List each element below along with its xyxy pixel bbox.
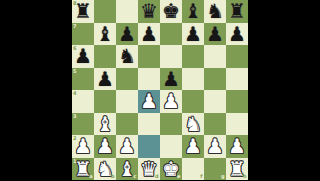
piece-white-pawn-d4[interactable]: ♟ bbox=[140, 90, 158, 113]
square-b2[interactable]: ♟ bbox=[94, 135, 116, 158]
piece-black-pawn-b5[interactable]: ♟ bbox=[96, 68, 114, 91]
square-c4[interactable] bbox=[116, 90, 138, 113]
piece-black-pawn-e5[interactable]: ♟ bbox=[162, 68, 180, 91]
square-b7[interactable]: ♝ bbox=[94, 23, 116, 46]
square-a6[interactable]: 6♟ bbox=[72, 45, 94, 68]
square-e3[interactable] bbox=[160, 113, 182, 136]
square-d5[interactable] bbox=[138, 68, 160, 91]
rank-label-3: 3 bbox=[73, 114, 76, 119]
square-f2[interactable]: ♟ bbox=[182, 135, 204, 158]
square-d4[interactable]: ♟ bbox=[138, 90, 160, 113]
square-f7[interactable]: ♟ bbox=[182, 23, 204, 46]
file-label-f: f bbox=[200, 174, 202, 179]
square-c2[interactable]: ♟ bbox=[116, 135, 138, 158]
square-g6[interactable] bbox=[204, 45, 226, 68]
square-d8[interactable]: ♛ bbox=[138, 0, 160, 23]
square-g8[interactable]: ♞ bbox=[204, 0, 226, 23]
piece-white-pawn-e4[interactable]: ♟ bbox=[162, 90, 180, 113]
piece-black-king-e8[interactable]: ♚ bbox=[162, 0, 180, 23]
piece-white-king-e1[interactable]: ♚ bbox=[162, 158, 180, 181]
square-h7[interactable]: ♟ bbox=[226, 23, 248, 46]
square-h8[interactable]: ♜ bbox=[226, 0, 248, 23]
square-g1[interactable]: g bbox=[204, 158, 226, 181]
square-d1[interactable]: d♛ bbox=[138, 158, 160, 181]
square-f4[interactable] bbox=[182, 90, 204, 113]
square-d3[interactable] bbox=[138, 113, 160, 136]
square-c1[interactable]: c♝ bbox=[116, 158, 138, 181]
square-f5[interactable] bbox=[182, 68, 204, 91]
square-e5[interactable]: ♟ bbox=[160, 68, 182, 91]
square-b5[interactable]: ♟ bbox=[94, 68, 116, 91]
file-label-c: c bbox=[134, 174, 137, 179]
square-f1[interactable]: f bbox=[182, 158, 204, 181]
square-e1[interactable]: e♚ bbox=[160, 158, 182, 181]
square-d6[interactable] bbox=[138, 45, 160, 68]
rank-label-1: 1 bbox=[73, 159, 76, 164]
square-a5[interactable]: 5 bbox=[72, 68, 94, 91]
square-b4[interactable] bbox=[94, 90, 116, 113]
square-b3[interactable]: ♝ bbox=[94, 113, 116, 136]
rank-label-7: 7 bbox=[73, 24, 76, 29]
piece-black-pawn-a6[interactable]: ♟ bbox=[74, 45, 92, 68]
piece-black-knight-c6[interactable]: ♞ bbox=[118, 45, 136, 68]
piece-white-pawn-g2[interactable]: ♟ bbox=[206, 135, 224, 158]
square-a7[interactable]: 7 bbox=[72, 23, 94, 46]
square-g7[interactable]: ♟ bbox=[204, 23, 226, 46]
file-label-h: h bbox=[243, 174, 247, 179]
piece-black-knight-g8[interactable]: ♞ bbox=[206, 0, 224, 23]
rank-label-5: 5 bbox=[73, 69, 76, 74]
piece-black-pawn-g7[interactable]: ♟ bbox=[206, 23, 224, 46]
square-g5[interactable] bbox=[204, 68, 226, 91]
square-g4[interactable] bbox=[204, 90, 226, 113]
rank-label-4: 4 bbox=[73, 91, 76, 96]
piece-white-rook-h1[interactable]: ♜ bbox=[228, 158, 246, 181]
square-c8[interactable] bbox=[116, 0, 138, 23]
piece-white-pawn-a2[interactable]: ♟ bbox=[74, 135, 92, 158]
piece-black-rook-h8[interactable]: ♜ bbox=[228, 0, 246, 23]
square-a1[interactable]: 1a♜ bbox=[72, 158, 94, 181]
piece-black-bishop-b7[interactable]: ♝ bbox=[96, 23, 114, 46]
piece-white-bishop-c1[interactable]: ♝ bbox=[118, 158, 136, 181]
square-e4[interactable]: ♟ bbox=[160, 90, 182, 113]
square-h1[interactable]: h♜ bbox=[226, 158, 248, 181]
letterbox-left bbox=[0, 0, 72, 180]
piece-white-queen-d1[interactable]: ♛ bbox=[140, 158, 158, 181]
square-e8[interactable]: ♚ bbox=[160, 0, 182, 23]
square-a2[interactable]: 2♟ bbox=[72, 135, 94, 158]
piece-black-bishop-f8[interactable]: ♝ bbox=[184, 0, 202, 23]
letterbox-right bbox=[248, 0, 320, 180]
piece-white-pawn-c2[interactable]: ♟ bbox=[118, 135, 136, 158]
file-label-a: a bbox=[89, 174, 92, 179]
piece-black-queen-d8[interactable]: ♛ bbox=[140, 0, 158, 23]
piece-black-pawn-f7[interactable]: ♟ bbox=[184, 23, 202, 46]
video-frame: 8♜♛♚♝♞♜7♝♟♟♟♟♟6♟♞5♟♟4♟♟3♝♞2♟♟♟♟♟♟1a♜b♞c♝… bbox=[0, 0, 320, 180]
square-h2[interactable]: ♟ bbox=[226, 135, 248, 158]
square-a4[interactable]: 4 bbox=[72, 90, 94, 113]
file-label-b: b bbox=[111, 174, 115, 179]
piece-white-knight-f3[interactable]: ♞ bbox=[184, 113, 202, 136]
piece-black-pawn-d7[interactable]: ♟ bbox=[140, 23, 158, 46]
rank-label-6: 6 bbox=[73, 46, 76, 51]
piece-white-knight-b1[interactable]: ♞ bbox=[96, 158, 114, 181]
square-b1[interactable]: b♞ bbox=[94, 158, 116, 181]
square-f3[interactable]: ♞ bbox=[182, 113, 204, 136]
square-e6[interactable] bbox=[160, 45, 182, 68]
square-d7[interactable]: ♟ bbox=[138, 23, 160, 46]
square-a8[interactable]: 8♜ bbox=[72, 0, 94, 23]
piece-white-rook-a1[interactable]: ♜ bbox=[74, 158, 92, 181]
square-g3[interactable] bbox=[204, 113, 226, 136]
piece-black-pawn-h7[interactable]: ♟ bbox=[228, 23, 246, 46]
square-c5[interactable] bbox=[116, 68, 138, 91]
piece-black-rook-a8[interactable]: ♜ bbox=[74, 0, 92, 23]
square-e7[interactable] bbox=[160, 23, 182, 46]
square-h3[interactable] bbox=[226, 113, 248, 136]
square-b6[interactable] bbox=[94, 45, 116, 68]
square-d2[interactable] bbox=[138, 135, 160, 158]
square-h4[interactable] bbox=[226, 90, 248, 113]
square-c6[interactable]: ♞ bbox=[116, 45, 138, 68]
square-b8[interactable] bbox=[94, 0, 116, 23]
chess-board: 8♜♛♚♝♞♜7♝♟♟♟♟♟6♟♞5♟♟4♟♟3♝♞2♟♟♟♟♟♟1a♜b♞c♝… bbox=[72, 0, 248, 180]
piece-white-pawn-b2[interactable]: ♟ bbox=[96, 135, 114, 158]
square-e2[interactable] bbox=[160, 135, 182, 158]
piece-white-bishop-b3[interactable]: ♝ bbox=[96, 113, 114, 136]
square-a3[interactable]: 3 bbox=[72, 113, 94, 136]
piece-black-pawn-c7[interactable]: ♟ bbox=[118, 23, 136, 46]
rank-label-2: 2 bbox=[73, 136, 76, 141]
file-label-d: d bbox=[155, 174, 159, 179]
rank-label-8: 8 bbox=[73, 1, 76, 6]
square-f6[interactable] bbox=[182, 45, 204, 68]
square-h5[interactable] bbox=[226, 68, 248, 91]
square-c3[interactable] bbox=[116, 113, 138, 136]
file-label-g: g bbox=[221, 174, 225, 179]
piece-white-pawn-f2[interactable]: ♟ bbox=[184, 135, 202, 158]
square-f8[interactable]: ♝ bbox=[182, 0, 204, 23]
piece-white-pawn-h2[interactable]: ♟ bbox=[228, 135, 246, 158]
square-h6[interactable] bbox=[226, 45, 248, 68]
file-label-e: e bbox=[177, 174, 180, 179]
square-g2[interactable]: ♟ bbox=[204, 135, 226, 158]
square-c7[interactable]: ♟ bbox=[116, 23, 138, 46]
